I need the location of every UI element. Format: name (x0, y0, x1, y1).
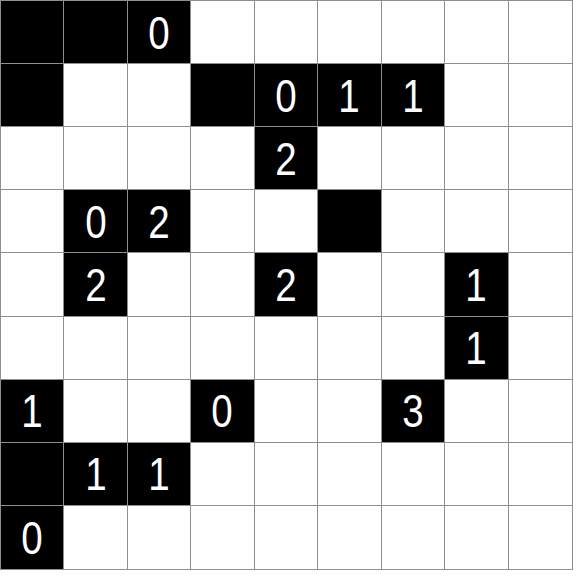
cell-r3c1[interactable] (1, 127, 64, 190)
cell-r4c5[interactable] (255, 190, 318, 253)
cell-r4c7[interactable] (382, 190, 445, 253)
clue-number: 0 (212, 387, 233, 434)
cell-r1c3: 0 (128, 1, 191, 64)
cell-r5c8: 1 (445, 253, 508, 316)
cell-r4c1[interactable] (1, 190, 64, 253)
clue-number: 0 (148, 9, 169, 56)
cell-r6c2[interactable] (64, 317, 127, 380)
cell-r2c2[interactable] (64, 64, 127, 127)
cell-r6c7[interactable] (382, 317, 445, 380)
cell-r6c4[interactable] (191, 317, 254, 380)
cell-r3c5: 2 (255, 127, 318, 190)
cell-r3c2[interactable] (64, 127, 127, 190)
cell-r3c9[interactable] (509, 127, 572, 190)
cell-r1c4[interactable] (191, 1, 254, 64)
cell-r6c3[interactable] (128, 317, 191, 380)
cell-r9c4[interactable] (191, 506, 254, 569)
clue-number: 3 (402, 387, 423, 434)
cell-r9c7[interactable] (382, 506, 445, 569)
cell-r4c9[interactable] (509, 190, 572, 253)
cell-r7c3[interactable] (128, 380, 191, 443)
cell-r2c1 (1, 64, 64, 127)
cell-r9c5[interactable] (255, 506, 318, 569)
cell-r8c9[interactable] (509, 443, 572, 506)
cell-r1c2 (64, 1, 127, 64)
cell-r2c4 (191, 64, 254, 127)
cell-r2c5: 0 (255, 64, 318, 127)
clue-number: 1 (339, 72, 360, 119)
cell-r6c9[interactable] (509, 317, 572, 380)
cell-r3c4[interactable] (191, 127, 254, 190)
cell-r9c6[interactable] (318, 506, 381, 569)
cell-r4c6 (318, 190, 381, 253)
cell-r6c1[interactable] (1, 317, 64, 380)
cell-r5c7[interactable] (382, 253, 445, 316)
cell-r2c6: 1 (318, 64, 381, 127)
cell-r2c9[interactable] (509, 64, 572, 127)
cell-r6c5[interactable] (255, 317, 318, 380)
clue-number: 0 (21, 514, 42, 561)
clue-number: 1 (466, 324, 487, 371)
clue-number: 2 (275, 261, 296, 308)
cell-r5c2: 2 (64, 253, 127, 316)
clue-number: 0 (85, 198, 106, 245)
cell-r5c1[interactable] (1, 253, 64, 316)
cell-r2c8[interactable] (445, 64, 508, 127)
cell-r7c8[interactable] (445, 380, 508, 443)
cell-r8c5[interactable] (255, 443, 318, 506)
cell-r6c6[interactable] (318, 317, 381, 380)
cell-r7c5[interactable] (255, 380, 318, 443)
cell-r1c6[interactable] (318, 1, 381, 64)
cell-r7c6[interactable] (318, 380, 381, 443)
cell-r3c3[interactable] (128, 127, 191, 190)
clue-number: 1 (466, 261, 487, 308)
cell-r1c1 (1, 1, 64, 64)
cell-r7c2[interactable] (64, 380, 127, 443)
clue-number: 2 (85, 261, 106, 308)
cell-r1c7[interactable] (382, 1, 445, 64)
cell-r8c1 (1, 443, 64, 506)
cell-r7c1: 1 (1, 380, 64, 443)
cell-r3c8[interactable] (445, 127, 508, 190)
cell-r9c2[interactable] (64, 506, 127, 569)
clue-number: 1 (402, 72, 423, 119)
cell-r8c7[interactable] (382, 443, 445, 506)
cell-r7c7: 3 (382, 380, 445, 443)
cell-r9c8[interactable] (445, 506, 508, 569)
cell-r5c6[interactable] (318, 253, 381, 316)
cell-r8c6[interactable] (318, 443, 381, 506)
cell-r1c9[interactable] (509, 1, 572, 64)
cell-r8c2: 1 (64, 443, 127, 506)
cell-r5c9[interactable] (509, 253, 572, 316)
clue-number: 0 (275, 72, 296, 119)
cell-r9c1: 0 (1, 506, 64, 569)
clue-number: 2 (148, 198, 169, 245)
cell-r4c3: 2 (128, 190, 191, 253)
cell-r5c5: 2 (255, 253, 318, 316)
cell-r1c8[interactable] (445, 1, 508, 64)
cell-r7c9[interactable] (509, 380, 572, 443)
cell-r2c3[interactable] (128, 64, 191, 127)
cell-r4c2: 0 (64, 190, 127, 253)
clue-number: 2 (275, 135, 296, 182)
cell-r8c4[interactable] (191, 443, 254, 506)
cell-r4c4[interactable] (191, 190, 254, 253)
cell-r3c6[interactable] (318, 127, 381, 190)
cell-r5c4[interactable] (191, 253, 254, 316)
cell-r8c3: 1 (128, 443, 191, 506)
cell-r7c4: 0 (191, 380, 254, 443)
cell-r6c8: 1 (445, 317, 508, 380)
cell-r2c7: 1 (382, 64, 445, 127)
cell-r1c5[interactable] (255, 1, 318, 64)
clue-number: 1 (85, 450, 106, 497)
cell-r5c3[interactable] (128, 253, 191, 316)
akari-board: 00112022211103110 (0, 0, 573, 570)
clue-number: 1 (21, 387, 42, 434)
cell-r9c9[interactable] (509, 506, 572, 569)
clue-number: 1 (148, 450, 169, 497)
cell-r9c3[interactable] (128, 506, 191, 569)
cell-r8c8[interactable] (445, 443, 508, 506)
cell-r3c7[interactable] (382, 127, 445, 190)
cell-r4c8[interactable] (445, 190, 508, 253)
